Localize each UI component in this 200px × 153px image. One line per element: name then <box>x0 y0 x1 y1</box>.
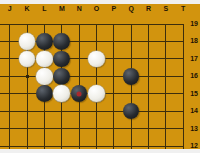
intersection-M15[interactable] <box>53 85 70 102</box>
black-stone-L15[interactable] <box>36 85 53 102</box>
black-stone-Q14[interactable] <box>123 103 140 120</box>
intersection-Q16[interactable] <box>122 68 139 85</box>
white-stone-L16[interactable] <box>36 68 53 85</box>
intersection-K17[interactable] <box>18 50 35 67</box>
window-border-bottom <box>0 149 200 153</box>
col-label-P: P <box>111 5 116 13</box>
black-stone-M16[interactable] <box>53 68 70 85</box>
intersection-L16[interactable] <box>36 68 53 85</box>
white-stone-L17[interactable] <box>36 51 53 68</box>
col-label-S: S <box>164 5 169 13</box>
col-label-R: R <box>146 5 151 13</box>
intersection-L18[interactable] <box>36 33 53 50</box>
intersection-M16[interactable] <box>53 68 70 85</box>
go-app-window: JKLMNOPQRST 1918171615141312 <box>0 0 200 153</box>
go-board[interactable]: JKLMNOPQRST 1918171615141312 <box>0 4 200 149</box>
white-stone-M15[interactable] <box>53 85 70 102</box>
col-label-O: O <box>94 5 99 13</box>
intersection-O17[interactable] <box>88 50 105 67</box>
black-stone-M18[interactable] <box>53 33 70 50</box>
white-stone-K17[interactable] <box>19 51 36 68</box>
intersection-M18[interactable] <box>53 33 70 50</box>
intersection-L17[interactable] <box>36 50 53 67</box>
intersection-M17[interactable] <box>53 50 70 67</box>
intersection-N15[interactable] <box>70 85 87 102</box>
black-stone-Q16[interactable] <box>123 68 140 85</box>
col-label-N: N <box>77 5 82 13</box>
intersection-O15[interactable] <box>88 85 105 102</box>
col-label-T: T <box>181 5 185 13</box>
col-label-J: J <box>8 5 12 13</box>
white-stone-K18[interactable] <box>19 33 36 50</box>
white-stone-O17[interactable] <box>88 51 105 68</box>
col-label-L: L <box>42 5 46 13</box>
black-stone-L18[interactable] <box>36 33 53 50</box>
col-label-M: M <box>59 5 65 13</box>
black-stone-M17[interactable] <box>53 51 70 68</box>
intersection-K18[interactable] <box>18 33 35 50</box>
last-move-marker <box>77 91 82 96</box>
white-stone-O15[interactable] <box>88 85 105 102</box>
star-point-dot <box>26 75 29 78</box>
intersection-L15[interactable] <box>36 85 53 102</box>
intersection-Q14[interactable] <box>122 102 139 119</box>
stone-grid <box>1 15 192 149</box>
col-label-K: K <box>25 5 30 13</box>
col-label-Q: Q <box>128 5 133 13</box>
star-point-K16[interactable] <box>18 68 35 85</box>
black-stone-N15[interactable] <box>71 85 88 102</box>
